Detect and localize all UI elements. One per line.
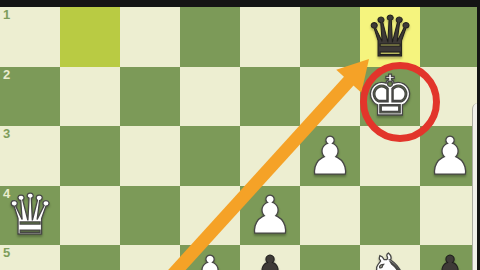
- black-queen-b1[interactable]: ♛: [360, 7, 420, 67]
- square-h1[interactable]: 1: [0, 7, 60, 67]
- square-f1[interactable]: [120, 7, 180, 67]
- square-g3[interactable]: [60, 126, 120, 186]
- rank-label-2: 2: [3, 68, 10, 82]
- square-f2[interactable]: [120, 67, 180, 127]
- square-h2[interactable]: 2: [0, 67, 60, 127]
- white-queen-h4[interactable]: ♛: [0, 186, 60, 246]
- square-h3[interactable]: 3: [0, 126, 60, 186]
- square-c4[interactable]: [300, 186, 360, 246]
- square-d1[interactable]: [240, 7, 300, 67]
- square-a3[interactable]: ♟: [420, 126, 480, 186]
- square-e4[interactable]: [180, 186, 240, 246]
- square-e2[interactable]: [180, 67, 240, 127]
- white-pawn-d4[interactable]: ♟: [240, 186, 300, 246]
- square-h5[interactable]: 5: [0, 245, 60, 270]
- square-c2[interactable]: [300, 67, 360, 127]
- square-g4[interactable]: [60, 186, 120, 246]
- square-b4[interactable]: [360, 186, 420, 246]
- white-pawn-a3[interactable]: ♟: [420, 126, 480, 186]
- square-e1[interactable]: [180, 7, 240, 67]
- square-b3[interactable]: [360, 126, 420, 186]
- square-f4[interactable]: [120, 186, 180, 246]
- square-c5[interactable]: [300, 245, 360, 270]
- square-h4[interactable]: 4♛: [0, 186, 60, 246]
- square-b1[interactable]: ♛: [360, 7, 420, 67]
- square-c3[interactable]: ♟: [300, 126, 360, 186]
- square-a2[interactable]: [420, 67, 480, 127]
- square-g1[interactable]: [60, 7, 120, 67]
- square-d4[interactable]: ♟: [240, 186, 300, 246]
- square-b2[interactable]: ♚: [360, 67, 420, 127]
- square-a1[interactable]: [420, 7, 480, 67]
- white-knight-b5[interactable]: ♞: [360, 245, 420, 270]
- rank-label-3: 3: [3, 127, 10, 141]
- square-g5[interactable]: [60, 245, 120, 270]
- square-f3[interactable]: [120, 126, 180, 186]
- board-grid: 1♛2♚3♟♟4♛♟5♟♟♞♟: [0, 7, 480, 270]
- black-pawn-a5[interactable]: ♟: [420, 245, 480, 270]
- square-a4[interactable]: [420, 186, 480, 246]
- rank-label-1: 1: [3, 8, 10, 22]
- white-king-b2[interactable]: ♚: [360, 67, 420, 127]
- black-pawn-d5[interactable]: ♟: [240, 245, 300, 270]
- square-d3[interactable]: [240, 126, 300, 186]
- video-frame: 1♛2♚3♟♟4♛♟5♟♟♞♟: [0, 0, 480, 270]
- letterbox-bar-top: [0, 0, 480, 7]
- white-pawn-c3[interactable]: ♟: [300, 126, 360, 186]
- square-e3[interactable]: [180, 126, 240, 186]
- square-b5[interactable]: ♞: [360, 245, 420, 270]
- square-a5[interactable]: ♟: [420, 245, 480, 270]
- square-c1[interactable]: [300, 7, 360, 67]
- square-g2[interactable]: [60, 67, 120, 127]
- white-pawn-e5[interactable]: ♟: [180, 245, 240, 270]
- square-d2[interactable]: [240, 67, 300, 127]
- chess-board[interactable]: 1♛2♚3♟♟4♛♟5♟♟♞♟: [0, 7, 480, 270]
- square-f5[interactable]: [120, 245, 180, 270]
- square-e5[interactable]: ♟: [180, 245, 240, 270]
- rank-label-5: 5: [3, 246, 10, 260]
- square-d5[interactable]: ♟: [240, 245, 300, 270]
